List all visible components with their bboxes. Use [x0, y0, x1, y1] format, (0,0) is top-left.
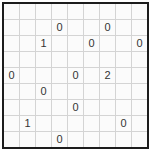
empty-cell-r3c5[interactable]: [68, 36, 83, 51]
empty-cell-r3c8[interactable]: [116, 36, 131, 51]
empty-cell-r6c7[interactable]: [100, 84, 115, 99]
clue-cell-r3c3: 1: [36, 36, 51, 51]
clue-cell-r6c3: 0: [36, 84, 51, 99]
empty-cell-r8c9[interactable]: [132, 116, 147, 131]
empty-cell-r5c4[interactable]: [52, 68, 67, 83]
empty-cell-r7c2[interactable]: [20, 100, 35, 115]
empty-cell-r1c5[interactable]: [68, 4, 83, 19]
empty-cell-r4c8[interactable]: [116, 52, 131, 67]
puzzle-board: 0010000200100: [2, 2, 149, 149]
clue-cell-r8c8: 0: [116, 116, 131, 131]
empty-cell-r6c2[interactable]: [20, 84, 35, 99]
empty-cell-r1c9[interactable]: [132, 4, 147, 19]
empty-cell-r1c3[interactable]: [36, 4, 51, 19]
empty-cell-r2c1[interactable]: [4, 20, 19, 35]
empty-cell-r2c8[interactable]: [116, 20, 131, 35]
empty-cell-r4c3[interactable]: [36, 52, 51, 67]
empty-cell-r4c6[interactable]: [84, 52, 99, 67]
empty-cell-r9c9[interactable]: [132, 132, 147, 147]
empty-cell-r9c2[interactable]: [20, 132, 35, 147]
empty-cell-r6c9[interactable]: [132, 84, 147, 99]
empty-cell-r5c2[interactable]: [20, 68, 35, 83]
empty-cell-r7c6[interactable]: [84, 100, 99, 115]
empty-cell-r7c7[interactable]: [100, 100, 115, 115]
empty-cell-r5c3[interactable]: [36, 68, 51, 83]
empty-cell-r7c9[interactable]: [132, 100, 147, 115]
empty-cell-r9c1[interactable]: [4, 132, 19, 147]
clue-cell-r5c1: 0: [4, 68, 19, 83]
empty-cell-r8c3[interactable]: [36, 116, 51, 131]
empty-cell-r4c4[interactable]: [52, 52, 67, 67]
empty-cell-r2c5[interactable]: [68, 20, 83, 35]
empty-cell-r9c3[interactable]: [36, 132, 51, 147]
empty-cell-r6c8[interactable]: [116, 84, 131, 99]
empty-cell-r4c2[interactable]: [20, 52, 35, 67]
clue-cell-r5c7: 2: [100, 68, 115, 83]
empty-cell-r3c4[interactable]: [52, 36, 67, 51]
empty-cell-r8c7[interactable]: [100, 116, 115, 131]
clue-cell-r3c9: 0: [132, 36, 147, 51]
empty-cell-r9c5[interactable]: [68, 132, 83, 147]
empty-cell-r1c4[interactable]: [52, 4, 67, 19]
empty-cell-r3c7[interactable]: [100, 36, 115, 51]
empty-cell-r4c1[interactable]: [4, 52, 19, 67]
empty-cell-r2c6[interactable]: [84, 20, 99, 35]
clue-cell-r5c5: 0: [68, 68, 83, 83]
clue-cell-r8c2: 1: [20, 116, 35, 131]
empty-cell-r6c1[interactable]: [4, 84, 19, 99]
empty-cell-r2c2[interactable]: [20, 20, 35, 35]
empty-cell-r4c7[interactable]: [100, 52, 115, 67]
clue-cell-r9c4: 0: [52, 132, 67, 147]
empty-cell-r3c2[interactable]: [20, 36, 35, 51]
empty-cell-r6c6[interactable]: [84, 84, 99, 99]
clue-cell-r2c4: 0: [52, 20, 67, 35]
empty-cell-r2c3[interactable]: [36, 20, 51, 35]
empty-cell-r8c4[interactable]: [52, 116, 67, 131]
empty-cell-r9c8[interactable]: [116, 132, 131, 147]
empty-cell-r5c9[interactable]: [132, 68, 147, 83]
empty-cell-r1c8[interactable]: [116, 4, 131, 19]
empty-cell-r5c6[interactable]: [84, 68, 99, 83]
empty-cell-r1c1[interactable]: [4, 4, 19, 19]
clue-cell-r2c7: 0: [100, 20, 115, 35]
empty-cell-r7c8[interactable]: [116, 100, 131, 115]
empty-cell-r7c4[interactable]: [52, 100, 67, 115]
clue-cell-r7c5: 0: [68, 100, 83, 115]
empty-cell-r3c1[interactable]: [4, 36, 19, 51]
empty-cell-r7c1[interactable]: [4, 100, 19, 115]
empty-cell-r9c7[interactable]: [100, 132, 115, 147]
empty-cell-r6c4[interactable]: [52, 84, 67, 99]
empty-cell-r4c5[interactable]: [68, 52, 83, 67]
empty-cell-r4c9[interactable]: [132, 52, 147, 67]
empty-cell-r1c7[interactable]: [100, 4, 115, 19]
empty-cell-r5c8[interactable]: [116, 68, 131, 83]
empty-cell-r1c2[interactable]: [20, 4, 35, 19]
empty-cell-r7c3[interactable]: [36, 100, 51, 115]
empty-cell-r2c9[interactable]: [132, 20, 147, 35]
empty-cell-r6c5[interactable]: [68, 84, 83, 99]
empty-cell-r8c6[interactable]: [84, 116, 99, 131]
clue-cell-r3c6: 0: [84, 36, 99, 51]
empty-cell-r1c6[interactable]: [84, 4, 99, 19]
empty-cell-r8c5[interactable]: [68, 116, 83, 131]
empty-cell-r9c6[interactable]: [84, 132, 99, 147]
empty-cell-r8c1[interactable]: [4, 116, 19, 131]
